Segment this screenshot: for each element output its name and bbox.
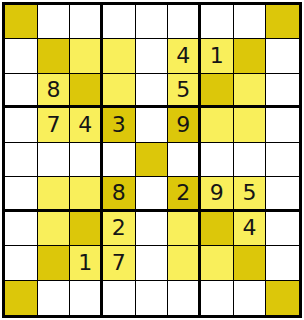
- cell-r8c9[interactable]: [266, 246, 299, 280]
- cell-r6c8[interactable]: 5: [234, 177, 267, 211]
- cell-r3c5[interactable]: [136, 74, 169, 108]
- cell-r9c9[interactable]: [266, 281, 299, 315]
- cell-r2c8[interactable]: [234, 39, 267, 73]
- cell-r5c2[interactable]: [38, 143, 71, 177]
- cell-r5c4[interactable]: [103, 143, 136, 177]
- cell-r7c9[interactable]: [266, 212, 299, 246]
- cell-r2c1[interactable]: [5, 39, 38, 73]
- cell-r5c5[interactable]: [136, 143, 169, 177]
- cell-r2c9[interactable]: [266, 39, 299, 73]
- cell-r5c6[interactable]: [168, 143, 201, 177]
- cell-r3c6[interactable]: 5: [168, 74, 201, 108]
- cell-r9c4[interactable]: [103, 281, 136, 315]
- cell-r2c5[interactable]: [136, 39, 169, 73]
- cell-r6c6[interactable]: 2: [168, 177, 201, 211]
- cell-r5c8[interactable]: [234, 143, 267, 177]
- cell-r1c2[interactable]: [38, 5, 71, 39]
- cell-r1c4[interactable]: [103, 5, 136, 39]
- cell-r7c6[interactable]: [168, 212, 201, 246]
- cell-r1c8[interactable]: [234, 5, 267, 39]
- cell-r9c1[interactable]: [5, 281, 38, 315]
- cell-r1c6[interactable]: [168, 5, 201, 39]
- cell-r4c9[interactable]: [266, 108, 299, 142]
- cell-r2c4[interactable]: [103, 39, 136, 73]
- cell-r3c3[interactable]: [70, 74, 103, 108]
- cell-r2c6[interactable]: 4: [168, 39, 201, 73]
- cell-r1c9[interactable]: [266, 5, 299, 39]
- cell-r7c1[interactable]: [5, 212, 38, 246]
- cell-r8c2[interactable]: [38, 246, 71, 280]
- cell-r6c3[interactable]: [70, 177, 103, 211]
- cell-r5c3[interactable]: [70, 143, 103, 177]
- cell-r9c6[interactable]: [168, 281, 201, 315]
- page: 4185743982952417: [0, 0, 304, 320]
- cell-r7c7[interactable]: [201, 212, 234, 246]
- cell-r3c7[interactable]: [201, 74, 234, 108]
- cell-r4c8[interactable]: [234, 108, 267, 142]
- cell-r9c3[interactable]: [70, 281, 103, 315]
- cell-r2c3[interactable]: [70, 39, 103, 73]
- cell-r1c5[interactable]: [136, 5, 169, 39]
- cell-r6c5[interactable]: [136, 177, 169, 211]
- cell-r5c7[interactable]: [201, 143, 234, 177]
- cell-r7c4[interactable]: 2: [103, 212, 136, 246]
- cell-r1c3[interactable]: [70, 5, 103, 39]
- cell-r1c1[interactable]: [5, 5, 38, 39]
- cell-r8c6[interactable]: [168, 246, 201, 280]
- cell-r4c2[interactable]: 7: [38, 108, 71, 142]
- cell-r6c4[interactable]: 8: [103, 177, 136, 211]
- cell-r1c7[interactable]: [201, 5, 234, 39]
- cell-r8c8[interactable]: [234, 246, 267, 280]
- cell-r2c7[interactable]: 1: [201, 39, 234, 73]
- cell-r6c7[interactable]: 9: [201, 177, 234, 211]
- cell-r4c7[interactable]: [201, 108, 234, 142]
- cell-r6c2[interactable]: [38, 177, 71, 211]
- cell-r4c5[interactable]: [136, 108, 169, 142]
- cell-r8c7[interactable]: [201, 246, 234, 280]
- cell-r4c1[interactable]: [5, 108, 38, 142]
- cell-r3c9[interactable]: [266, 74, 299, 108]
- cell-r3c2[interactable]: 8: [38, 74, 71, 108]
- cell-r4c6[interactable]: 9: [168, 108, 201, 142]
- cell-r7c2[interactable]: [38, 212, 71, 246]
- cell-r7c8[interactable]: 4: [234, 212, 267, 246]
- cell-r5c9[interactable]: [266, 143, 299, 177]
- cell-r8c4[interactable]: 7: [103, 246, 136, 280]
- sudoku-board: 4185743982952417: [2, 2, 302, 318]
- cell-r5c1[interactable]: [5, 143, 38, 177]
- cell-r3c4[interactable]: [103, 74, 136, 108]
- cell-r8c5[interactable]: [136, 246, 169, 280]
- cell-r8c3[interactable]: 1: [70, 246, 103, 280]
- cell-r8c1[interactable]: [5, 246, 38, 280]
- cell-r9c7[interactable]: [201, 281, 234, 315]
- cell-r3c1[interactable]: [5, 74, 38, 108]
- cell-r4c3[interactable]: 4: [70, 108, 103, 142]
- cell-r3c8[interactable]: [234, 74, 267, 108]
- cell-r9c8[interactable]: [234, 281, 267, 315]
- cell-r6c1[interactable]: [5, 177, 38, 211]
- cell-r2c2[interactable]: [38, 39, 71, 73]
- cell-r6c9[interactable]: [266, 177, 299, 211]
- cell-r9c2[interactable]: [38, 281, 71, 315]
- cell-r4c4[interactable]: 3: [103, 108, 136, 142]
- cell-r7c5[interactable]: [136, 212, 169, 246]
- cell-r7c3[interactable]: [70, 212, 103, 246]
- cell-r9c5[interactable]: [136, 281, 169, 315]
